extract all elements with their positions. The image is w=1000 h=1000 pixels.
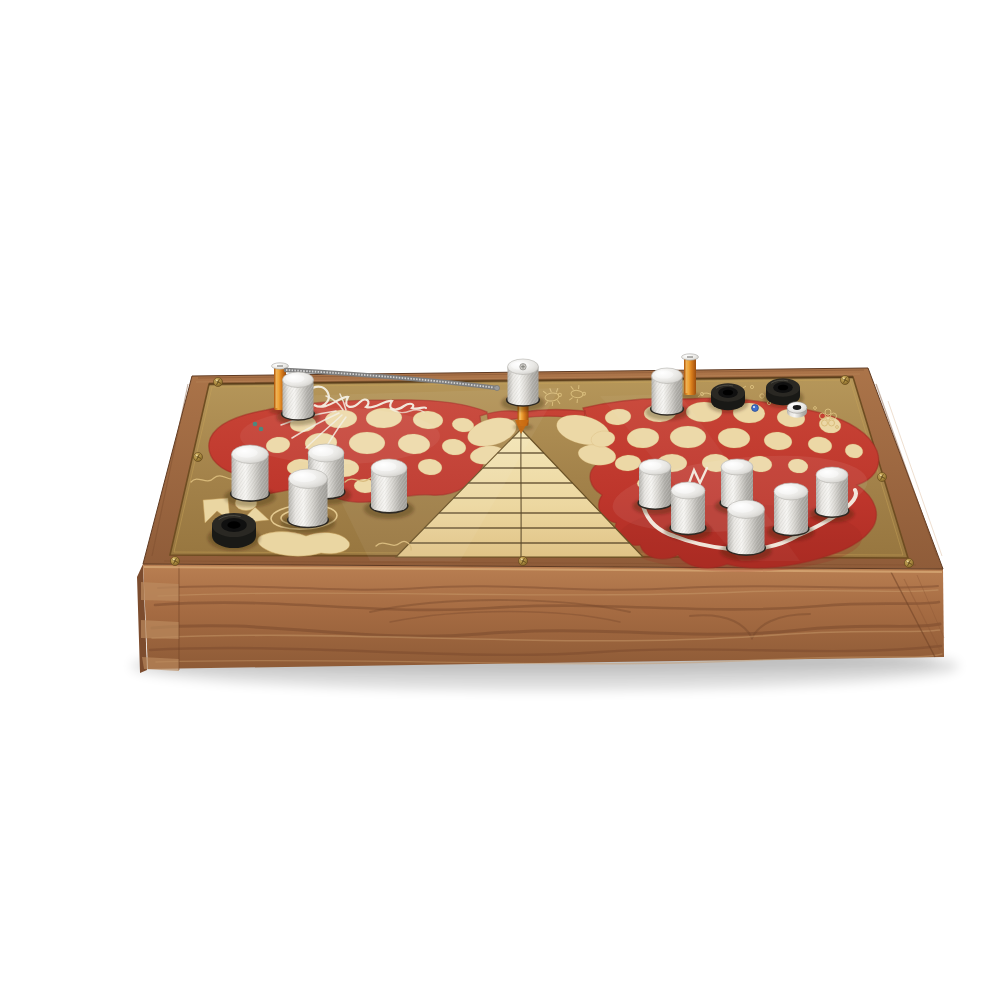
- brass-screw: [171, 557, 180, 566]
- quarter-inch-jack: [208, 513, 261, 551]
- knurled-knob: [810, 467, 855, 523]
- brass-screw: [841, 376, 850, 385]
- brass-screw: [214, 378, 223, 387]
- knurled-knob: [767, 483, 815, 541]
- knurled-knob: [633, 459, 678, 515]
- blue-led: [752, 405, 759, 412]
- led-glint: [753, 406, 755, 408]
- brass-screw: [194, 453, 203, 462]
- knurled-knob: [664, 482, 712, 540]
- mini-jack: [787, 402, 807, 418]
- teal-dot: [253, 422, 258, 427]
- brass-screw: [519, 557, 528, 566]
- photo-canvas: [40, 16, 1000, 1000]
- knurled-knob: [501, 359, 544, 411]
- quarter-inch-jack: [708, 383, 749, 413]
- knurled-knob: [276, 372, 319, 425]
- knurled-knob: [281, 469, 336, 534]
- knurled-knob: [364, 459, 414, 519]
- knurled-knob: [645, 368, 688, 420]
- brass-screw: [905, 559, 914, 568]
- teal-dot: [259, 427, 264, 432]
- synth-product-photo: Handmade desktop electronic synthesizer …: [40, 16, 1000, 1000]
- knurled-knob: [720, 500, 772, 561]
- enclosure-front-face: [143, 564, 944, 669]
- knurled-knob: [224, 445, 276, 507]
- brass-screw: [878, 473, 887, 482]
- antenna-tip: [494, 385, 499, 390]
